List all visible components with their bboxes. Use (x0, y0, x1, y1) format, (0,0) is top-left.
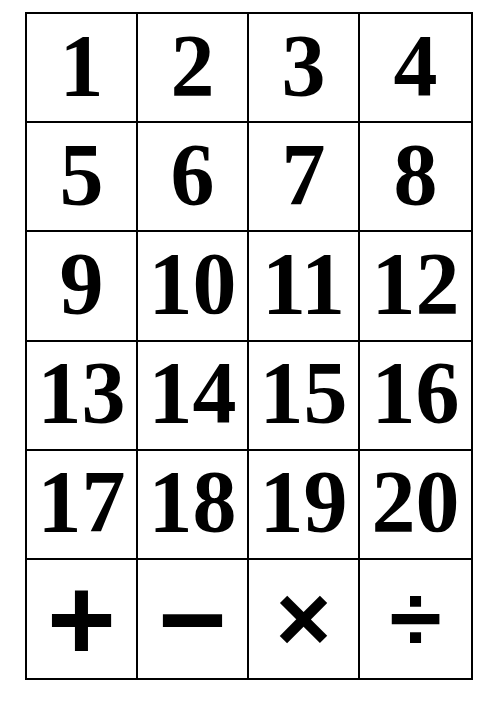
cell-3[interactable]: 3 (249, 14, 360, 123)
cell-5[interactable]: 5 (27, 123, 138, 232)
cell-divide-key[interactable]: ÷ (360, 560, 471, 678)
page: 1234567891011121314151617181920+−×÷ (0, 0, 496, 702)
cell-10[interactable]: 10 (138, 232, 249, 341)
cell-2[interactable]: 2 (138, 14, 249, 123)
cell-6[interactable]: 6 (138, 123, 249, 232)
cell-18[interactable]: 18 (138, 451, 249, 560)
cell-multiply-key[interactable]: × (249, 560, 360, 678)
cell-20[interactable]: 20 (360, 451, 471, 560)
cell-9[interactable]: 9 (27, 232, 138, 341)
cell-plus-key[interactable]: + (27, 560, 138, 678)
cell-11[interactable]: 11 (249, 232, 360, 341)
number-grid-board: 1234567891011121314151617181920+−×÷ (25, 12, 473, 680)
cell-16[interactable]: 16 (360, 342, 471, 451)
cell-14[interactable]: 14 (138, 342, 249, 451)
cell-1[interactable]: 1 (27, 14, 138, 123)
cell-15[interactable]: 15 (249, 342, 360, 451)
cell-17[interactable]: 17 (27, 451, 138, 560)
cell-4[interactable]: 4 (360, 14, 471, 123)
cell-8[interactable]: 8 (360, 123, 471, 232)
cell-13[interactable]: 13 (27, 342, 138, 451)
cell-minus-key[interactable]: − (138, 560, 249, 678)
cell-19[interactable]: 19 (249, 451, 360, 560)
cell-12[interactable]: 12 (360, 232, 471, 341)
cell-7[interactable]: 7 (249, 123, 360, 232)
